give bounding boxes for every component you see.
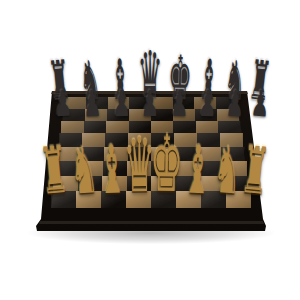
- piece-white-knight-b1[interactable]: ♞: [68, 138, 99, 204]
- piece-white-bishop-f1[interactable]: ♝: [182, 136, 213, 203]
- piece-black-pawn-f7[interactable]: ♟: [198, 86, 218, 123]
- piece-black-pawn-b7[interactable]: ♟: [82, 86, 102, 123]
- piece-black-pawn-g7[interactable]: ♟: [225, 86, 245, 123]
- piece-black-pawn-h7[interactable]: ♟: [250, 85, 271, 122]
- piece-white-king-e1[interactable]: ♚: [150, 125, 184, 204]
- piece-black-pawn-e7[interactable]: ♟: [170, 86, 189, 122]
- piece-black-pawn-a7[interactable]: ♟: [53, 86, 73, 123]
- piece-white-bishop-c1[interactable]: ♝: [97, 136, 127, 203]
- piece-black-pawn-c7[interactable]: ♟: [112, 86, 131, 122]
- piece-black-pawn-d7[interactable]: ♟: [141, 86, 159, 122]
- chess-set-photo: ♜♞♝♛♚♝♞♜♟♟♟♟♟♟♟♟♜♞♝♛♚♝♞♜: [0, 0, 300, 300]
- piece-white-rook-a1[interactable]: ♜: [38, 137, 71, 204]
